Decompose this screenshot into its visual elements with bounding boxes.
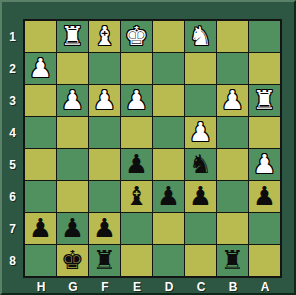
white-rook-piece: ♜ <box>253 85 276 116</box>
square-h4[interactable] <box>25 117 56 148</box>
square-e5[interactable]: ♟ <box>121 149 152 180</box>
square-a2[interactable] <box>249 53 280 84</box>
file-label-g: G <box>57 279 89 294</box>
square-h6[interactable] <box>25 181 56 212</box>
square-c8[interactable] <box>185 245 216 276</box>
square-e6[interactable]: ♝ <box>121 181 152 212</box>
square-b3[interactable]: ♟ <box>217 85 248 116</box>
file-label-a: A <box>249 279 281 294</box>
white-pawn-piece: ♟ <box>189 117 212 148</box>
square-g6[interactable] <box>57 181 88 212</box>
square-f1[interactable]: ♝ <box>89 21 120 52</box>
square-b6[interactable] <box>217 181 248 212</box>
rank-label-5: 5 <box>2 149 23 181</box>
square-g7[interactable]: ♟ <box>57 213 88 244</box>
white-pawn-piece: ♟ <box>93 85 116 116</box>
black-pawn-piece: ♟ <box>253 181 276 212</box>
square-a8[interactable] <box>249 245 280 276</box>
square-b4[interactable] <box>217 117 248 148</box>
square-a3[interactable]: ♜ <box>249 85 280 116</box>
white-pawn-piece: ♟ <box>29 53 52 84</box>
square-g3[interactable]: ♟ <box>57 85 88 116</box>
rank-label-7: 7 <box>2 213 23 245</box>
black-knight-piece: ♞ <box>189 149 212 180</box>
square-a4[interactable] <box>249 117 280 148</box>
square-h5[interactable] <box>25 149 56 180</box>
square-a7[interactable] <box>249 213 280 244</box>
square-e1[interactable]: ♚ <box>121 21 152 52</box>
rank-labels: 12345678 <box>2 21 23 277</box>
square-g1[interactable]: ♜ <box>57 21 88 52</box>
square-e4[interactable] <box>121 117 152 148</box>
square-e8[interactable] <box>121 245 152 276</box>
rank-label-6: 6 <box>2 181 23 213</box>
square-h7[interactable]: ♟ <box>25 213 56 244</box>
square-b2[interactable] <box>217 53 248 84</box>
black-pawn-piece: ♟ <box>29 213 52 244</box>
rank-label-8: 8 <box>2 245 23 277</box>
black-pawn-piece: ♟ <box>125 149 148 180</box>
white-knight-piece: ♞ <box>189 21 212 52</box>
white-pawn-piece: ♟ <box>221 85 244 116</box>
file-label-b: B <box>217 279 249 294</box>
white-bishop-piece: ♝ <box>93 21 116 52</box>
square-h8[interactable] <box>25 245 56 276</box>
square-g8[interactable]: ♚ <box>57 245 88 276</box>
square-h3[interactable] <box>25 85 56 116</box>
square-d6[interactable]: ♟ <box>153 181 184 212</box>
file-label-e: E <box>121 279 153 294</box>
rank-label-1: 1 <box>2 21 23 53</box>
square-d5[interactable] <box>153 149 184 180</box>
black-pawn-piece: ♟ <box>61 213 84 244</box>
square-h2[interactable]: ♟ <box>25 53 56 84</box>
square-d2[interactable] <box>153 53 184 84</box>
black-pawn-piece: ♟ <box>189 181 212 212</box>
black-bishop-piece: ♝ <box>125 181 148 212</box>
rank-label-4: 4 <box>2 117 23 149</box>
square-f3[interactable]: ♟ <box>89 85 120 116</box>
black-rook-piece: ♜ <box>93 245 116 276</box>
square-a6[interactable]: ♟ <box>249 181 280 212</box>
square-b5[interactable] <box>217 149 248 180</box>
square-d3[interactable] <box>153 85 184 116</box>
square-c1[interactable]: ♞ <box>185 21 216 52</box>
chess-board-frame: 12345678 ♜♝♚♞♟♟♟♟♟♜♟♟♞♟♝♟♟♟♟♟♟♚♜♜ HGFEDC… <box>0 0 296 295</box>
square-c5[interactable]: ♞ <box>185 149 216 180</box>
file-label-h: H <box>25 279 57 294</box>
square-a5[interactable]: ♟ <box>249 149 280 180</box>
file-labels: HGFEDCBA <box>25 279 281 294</box>
white-pawn-piece: ♟ <box>61 85 84 116</box>
black-rook-piece: ♜ <box>221 245 244 276</box>
square-a1[interactable] <box>249 21 280 52</box>
square-e3[interactable]: ♟ <box>121 85 152 116</box>
rank-label-2: 2 <box>2 53 23 85</box>
square-g2[interactable] <box>57 53 88 84</box>
square-f4[interactable] <box>89 117 120 148</box>
file-label-c: C <box>185 279 217 294</box>
square-c2[interactable] <box>185 53 216 84</box>
square-c6[interactable]: ♟ <box>185 181 216 212</box>
rank-label-3: 3 <box>2 85 23 117</box>
square-c3[interactable] <box>185 85 216 116</box>
square-b8[interactable]: ♜ <box>217 245 248 276</box>
file-label-f: F <box>89 279 121 294</box>
square-d1[interactable] <box>153 21 184 52</box>
square-d8[interactable] <box>153 245 184 276</box>
square-f5[interactable] <box>89 149 120 180</box>
black-king-piece: ♚ <box>61 245 84 276</box>
square-f7[interactable]: ♟ <box>89 213 120 244</box>
square-b1[interactable] <box>217 21 248 52</box>
black-pawn-piece: ♟ <box>93 213 116 244</box>
black-pawn-piece: ♟ <box>157 181 180 212</box>
square-d4[interactable] <box>153 117 184 148</box>
square-c4[interactable]: ♟ <box>185 117 216 148</box>
square-e2[interactable] <box>121 53 152 84</box>
square-f2[interactable] <box>89 53 120 84</box>
square-c7[interactable] <box>185 213 216 244</box>
white-king-piece: ♚ <box>125 21 148 52</box>
square-g4[interactable] <box>57 117 88 148</box>
square-b7[interactable] <box>217 213 248 244</box>
chess-board: ♜♝♚♞♟♟♟♟♟♜♟♟♞♟♝♟♟♟♟♟♟♚♜♜ <box>23 19 282 278</box>
square-f8[interactable]: ♜ <box>89 245 120 276</box>
square-h1[interactable] <box>25 21 56 52</box>
square-e7[interactable] <box>121 213 152 244</box>
square-g5[interactable] <box>57 149 88 180</box>
white-pawn-piece: ♟ <box>125 85 148 116</box>
square-d7[interactable] <box>153 213 184 244</box>
white-pawn-piece: ♟ <box>253 149 276 180</box>
file-label-d: D <box>153 279 185 294</box>
square-f6[interactable] <box>89 181 120 212</box>
white-rook-piece: ♜ <box>61 21 84 52</box>
